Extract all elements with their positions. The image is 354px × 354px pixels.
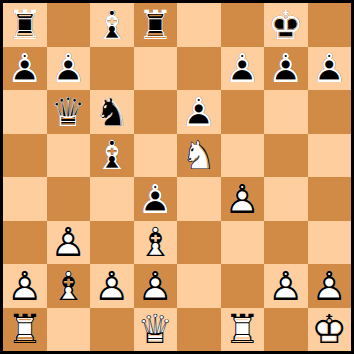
piece-stroke-layer: ♖ [3, 308, 47, 352]
piece-stroke-layer: ♙ [134, 177, 178, 221]
square-g2[interactable]: ♟♙ [264, 264, 308, 308]
square-b8[interactable] [47, 3, 91, 47]
square-b7[interactable]: ♟♙ [47, 47, 91, 91]
square-f7[interactable]: ♟♙ [221, 47, 265, 91]
piece-black-pawn[interactable]: ♟♙ [264, 47, 308, 91]
piece-fill-layer: ♝ [134, 221, 178, 265]
piece-stroke-layer: ♗ [47, 264, 91, 308]
square-a8[interactable]: ♜♖ [3, 3, 47, 47]
square-a7[interactable]: ♟♙ [3, 47, 47, 91]
piece-white-rook[interactable]: ♜♖ [221, 308, 265, 352]
square-a1[interactable]: ♜♖ [3, 308, 47, 352]
square-g4[interactable] [264, 177, 308, 221]
square-b6[interactable]: ♛♕ [47, 90, 91, 134]
piece-stroke-layer: ♙ [264, 264, 308, 308]
square-c6[interactable]: ♞♘ [90, 90, 134, 134]
piece-white-pawn[interactable]: ♟♙ [3, 264, 47, 308]
piece-fill-layer: ♟ [47, 47, 91, 91]
piece-black-bishop[interactable]: ♝♗ [90, 3, 134, 47]
piece-fill-layer: ♜ [3, 308, 47, 352]
piece-stroke-layer: ♙ [134, 264, 178, 308]
piece-stroke-layer: ♗ [90, 134, 134, 178]
piece-stroke-layer: ♖ [3, 3, 47, 47]
piece-stroke-layer: ♗ [134, 221, 178, 265]
piece-black-rook[interactable]: ♜♖ [3, 3, 47, 47]
square-c4[interactable] [90, 177, 134, 221]
piece-stroke-layer: ♘ [177, 134, 221, 178]
piece-fill-layer: ♟ [47, 221, 91, 265]
piece-black-pawn[interactable]: ♟♙ [47, 47, 91, 91]
square-g8[interactable]: ♚♔ [264, 3, 308, 47]
square-d3[interactable]: ♝♗ [134, 221, 178, 265]
square-f8[interactable] [221, 3, 265, 47]
piece-stroke-layer: ♕ [47, 90, 91, 134]
square-h2[interactable]: ♟♙ [308, 264, 352, 308]
piece-stroke-layer: ♙ [221, 47, 265, 91]
piece-black-pawn[interactable]: ♟♙ [221, 47, 265, 91]
square-e1[interactable] [177, 308, 221, 352]
square-e8[interactable] [177, 3, 221, 47]
piece-stroke-layer: ♙ [3, 47, 47, 91]
square-c3[interactable] [90, 221, 134, 265]
piece-fill-layer: ♝ [47, 264, 91, 308]
square-g6[interactable] [264, 90, 308, 134]
piece-fill-layer: ♞ [177, 134, 221, 178]
piece-stroke-layer: ♕ [134, 308, 178, 352]
square-f4[interactable]: ♟♙ [221, 177, 265, 221]
chess-board-frame: ♜♖♝♗♜♖♚♔♟♙♟♙♟♙♟♙♟♙♛♕♞♘♟♙♝♗♞♘♟♙♟♙♟♙♝♗♟♙♝♗… [0, 0, 354, 354]
piece-fill-layer: ♟ [221, 177, 265, 221]
piece-stroke-layer: ♔ [308, 308, 352, 352]
square-b4[interactable] [47, 177, 91, 221]
piece-black-rook[interactable]: ♜♖ [134, 3, 178, 47]
piece-fill-layer: ♟ [134, 177, 178, 221]
square-f2[interactable] [221, 264, 265, 308]
piece-black-knight[interactable]: ♞♘ [90, 90, 134, 134]
piece-fill-layer: ♜ [221, 308, 265, 352]
square-b2[interactable]: ♝♗ [47, 264, 91, 308]
piece-white-pawn[interactable]: ♟♙ [308, 264, 352, 308]
square-e3[interactable] [177, 221, 221, 265]
square-e2[interactable] [177, 264, 221, 308]
square-a5[interactable] [3, 134, 47, 178]
piece-fill-layer: ♟ [134, 264, 178, 308]
piece-white-pawn[interactable]: ♟♙ [134, 264, 178, 308]
square-e4[interactable] [177, 177, 221, 221]
piece-white-bishop[interactable]: ♝♗ [47, 264, 91, 308]
piece-fill-layer: ♟ [308, 264, 352, 308]
square-h4[interactable] [308, 177, 352, 221]
square-g3[interactable] [264, 221, 308, 265]
piece-fill-layer: ♟ [90, 264, 134, 308]
square-e7[interactable] [177, 47, 221, 91]
piece-stroke-layer: ♔ [264, 3, 308, 47]
square-a6[interactable] [3, 90, 47, 134]
square-d7[interactable] [134, 47, 178, 91]
piece-white-pawn[interactable]: ♟♙ [90, 264, 134, 308]
piece-white-king[interactable]: ♚♔ [308, 308, 352, 352]
piece-fill-layer: ♛ [134, 308, 178, 352]
square-a3[interactable] [3, 221, 47, 265]
square-d6[interactable] [134, 90, 178, 134]
square-d5[interactable] [134, 134, 178, 178]
piece-stroke-layer: ♙ [308, 264, 352, 308]
square-b1[interactable] [47, 308, 91, 352]
piece-stroke-layer: ♙ [90, 264, 134, 308]
square-g5[interactable] [264, 134, 308, 178]
piece-black-queen[interactable]: ♛♕ [47, 90, 91, 134]
piece-white-rook[interactable]: ♜♖ [3, 308, 47, 352]
piece-stroke-layer: ♘ [90, 90, 134, 134]
piece-stroke-layer: ♙ [177, 90, 221, 134]
square-f5[interactable] [221, 134, 265, 178]
square-c1[interactable] [90, 308, 134, 352]
piece-black-pawn[interactable]: ♟♙ [3, 47, 47, 91]
square-d1[interactable]: ♛♕ [134, 308, 178, 352]
piece-black-king[interactable]: ♚♔ [264, 3, 308, 47]
square-e6[interactable]: ♟♙ [177, 90, 221, 134]
square-h7[interactable]: ♟♙ [308, 47, 352, 91]
square-a2[interactable]: ♟♙ [3, 264, 47, 308]
piece-fill-layer: ♚ [308, 308, 352, 352]
square-f3[interactable] [221, 221, 265, 265]
square-h3[interactable] [308, 221, 352, 265]
piece-white-queen[interactable]: ♛♕ [134, 308, 178, 352]
piece-stroke-layer: ♖ [134, 3, 178, 47]
piece-black-pawn[interactable]: ♟♙ [177, 90, 221, 134]
piece-stroke-layer: ♙ [3, 264, 47, 308]
square-d4[interactable]: ♟♙ [134, 177, 178, 221]
chess-board: ♜♖♝♗♜♖♚♔♟♙♟♙♟♙♟♙♟♙♛♕♞♘♟♙♝♗♞♘♟♙♟♙♟♙♝♗♟♙♝♗… [3, 3, 351, 351]
square-c8[interactable]: ♝♗ [90, 3, 134, 47]
piece-fill-layer: ♚ [264, 3, 308, 47]
piece-white-bishop[interactable]: ♝♗ [134, 221, 178, 265]
piece-fill-layer: ♟ [308, 47, 352, 91]
piece-white-pawn[interactable]: ♟♙ [264, 264, 308, 308]
square-d2[interactable]: ♟♙ [134, 264, 178, 308]
piece-white-pawn[interactable]: ♟♙ [221, 177, 265, 221]
piece-fill-layer: ♟ [177, 90, 221, 134]
square-g7[interactable]: ♟♙ [264, 47, 308, 91]
piece-stroke-layer: ♙ [47, 221, 91, 265]
square-d8[interactable]: ♜♖ [134, 3, 178, 47]
piece-black-pawn[interactable]: ♟♙ [308, 47, 352, 91]
piece-black-bishop[interactable]: ♝♗ [90, 134, 134, 178]
piece-black-pawn[interactable]: ♟♙ [134, 177, 178, 221]
piece-fill-layer: ♟ [264, 264, 308, 308]
piece-white-pawn[interactable]: ♟♙ [47, 221, 91, 265]
piece-fill-layer: ♝ [90, 3, 134, 47]
square-b3[interactable]: ♟♙ [47, 221, 91, 265]
square-c5[interactable]: ♝♗ [90, 134, 134, 178]
piece-fill-layer: ♜ [3, 3, 47, 47]
piece-stroke-layer: ♙ [308, 47, 352, 91]
square-h8[interactable] [308, 3, 352, 47]
square-h1[interactable]: ♚♔ [308, 308, 352, 352]
square-e5[interactable]: ♞♘ [177, 134, 221, 178]
square-c7[interactable] [90, 47, 134, 91]
square-f1[interactable]: ♜♖ [221, 308, 265, 352]
piece-stroke-layer: ♗ [90, 3, 134, 47]
square-a4[interactable] [3, 177, 47, 221]
square-g1[interactable] [264, 308, 308, 352]
square-c2[interactable]: ♟♙ [90, 264, 134, 308]
square-b5[interactable] [47, 134, 91, 178]
piece-stroke-layer: ♙ [221, 177, 265, 221]
piece-fill-layer: ♟ [3, 47, 47, 91]
piece-stroke-layer: ♙ [264, 47, 308, 91]
piece-fill-layer: ♛ [47, 90, 91, 134]
piece-fill-layer: ♞ [90, 90, 134, 134]
piece-fill-layer: ♝ [90, 134, 134, 178]
piece-fill-layer: ♟ [3, 264, 47, 308]
piece-white-knight[interactable]: ♞♘ [177, 134, 221, 178]
square-h6[interactable] [308, 90, 352, 134]
square-h5[interactable] [308, 134, 352, 178]
piece-fill-layer: ♟ [264, 47, 308, 91]
piece-fill-layer: ♟ [221, 47, 265, 91]
square-f6[interactable] [221, 90, 265, 134]
piece-stroke-layer: ♖ [221, 308, 265, 352]
piece-fill-layer: ♜ [134, 3, 178, 47]
piece-stroke-layer: ♙ [47, 47, 91, 91]
